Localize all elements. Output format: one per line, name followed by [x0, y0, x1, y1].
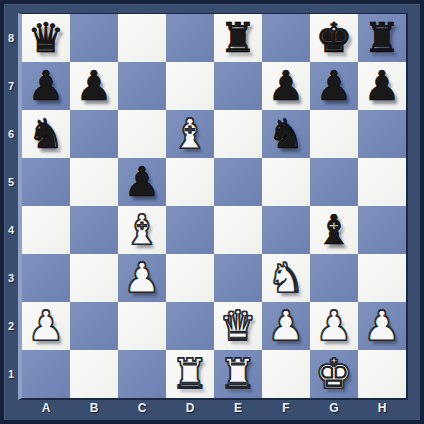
rank-label-3: 3 — [4, 254, 18, 302]
piece-black-pawn[interactable]: ♟ — [358, 62, 406, 110]
square-c2[interactable] — [118, 302, 166, 350]
square-d2[interactable] — [166, 302, 214, 350]
square-b6[interactable] — [70, 110, 118, 158]
piece-white-pawn[interactable]: ♟ — [118, 254, 166, 302]
rank-label-6: 6 — [4, 110, 18, 158]
square-e7[interactable] — [214, 62, 262, 110]
piece-white-pawn[interactable]: ♟ — [262, 302, 310, 350]
square-b4[interactable] — [70, 206, 118, 254]
file-label-g: G — [310, 400, 358, 415]
piece-white-pawn[interactable]: ♟ — [358, 302, 406, 350]
piece-black-pawn[interactable]: ♟ — [310, 62, 358, 110]
piece-black-rook[interactable]: ♜ — [358, 14, 406, 62]
square-e2[interactable]: ♛ — [214, 302, 262, 350]
square-g3[interactable] — [310, 254, 358, 302]
square-c8[interactable] — [118, 14, 166, 62]
square-a1[interactable] — [22, 350, 70, 398]
square-a2[interactable]: ♟ — [22, 302, 70, 350]
square-e6[interactable] — [214, 110, 262, 158]
file-label-h: H — [358, 400, 406, 415]
file-labels: ABCDEFGH — [22, 400, 406, 415]
piece-black-bishop[interactable]: ♝ — [310, 206, 358, 254]
rank-label-8: 8 — [4, 14, 18, 62]
chess-board[interactable]: ♛♜♚♜♟♟♟♟♟♞♝♞♟♝♝♟♞♟♛♟♟♟♜♜♚ — [18, 13, 408, 400]
square-c5[interactable]: ♟ — [118, 158, 166, 206]
piece-white-rook[interactable]: ♜ — [214, 350, 262, 398]
square-b5[interactable] — [70, 158, 118, 206]
square-f2[interactable]: ♟ — [262, 302, 310, 350]
square-d7[interactable] — [166, 62, 214, 110]
file-label-e: E — [214, 400, 262, 415]
file-label-a: A — [22, 400, 70, 415]
square-g1[interactable]: ♚ — [310, 350, 358, 398]
square-a8[interactable]: ♛ — [22, 14, 70, 62]
square-b2[interactable] — [70, 302, 118, 350]
square-h7[interactable]: ♟ — [358, 62, 406, 110]
piece-white-rook[interactable]: ♜ — [166, 350, 214, 398]
piece-white-knight[interactable]: ♞ — [262, 254, 310, 302]
square-e4[interactable] — [214, 206, 262, 254]
square-a4[interactable] — [22, 206, 70, 254]
square-d3[interactable] — [166, 254, 214, 302]
square-g2[interactable]: ♟ — [310, 302, 358, 350]
piece-white-queen[interactable]: ♛ — [214, 302, 262, 350]
square-e5[interactable] — [214, 158, 262, 206]
square-h6[interactable] — [358, 110, 406, 158]
file-label-d: D — [166, 400, 214, 415]
piece-white-pawn[interactable]: ♟ — [310, 302, 358, 350]
square-g5[interactable] — [310, 158, 358, 206]
file-label-b: B — [70, 400, 118, 415]
piece-white-bishop[interactable]: ♝ — [118, 206, 166, 254]
rank-label-5: 5 — [4, 158, 18, 206]
square-f4[interactable] — [262, 206, 310, 254]
square-h8[interactable]: ♜ — [358, 14, 406, 62]
square-g4[interactable]: ♝ — [310, 206, 358, 254]
chess-board-frame: 87654321 ♛♜♚♜♟♟♟♟♟♞♝♞♟♝♝♟♞♟♛♟♟♟♜♜♚ ABCDE… — [0, 0, 424, 424]
piece-black-pawn[interactable]: ♟ — [70, 62, 118, 110]
square-c1[interactable] — [118, 350, 166, 398]
file-label-f: F — [262, 400, 310, 415]
square-b3[interactable] — [70, 254, 118, 302]
square-f5[interactable] — [262, 158, 310, 206]
piece-black-knight[interactable]: ♞ — [22, 110, 70, 158]
rank-labels: 87654321 — [4, 14, 18, 398]
square-d8[interactable] — [166, 14, 214, 62]
piece-black-rook[interactable]: ♜ — [214, 14, 262, 62]
square-g7[interactable]: ♟ — [310, 62, 358, 110]
square-c3[interactable]: ♟ — [118, 254, 166, 302]
square-a6[interactable]: ♞ — [22, 110, 70, 158]
square-d1[interactable]: ♜ — [166, 350, 214, 398]
square-f7[interactable]: ♟ — [262, 62, 310, 110]
square-c6[interactable] — [118, 110, 166, 158]
square-b8[interactable] — [70, 14, 118, 62]
piece-black-king[interactable]: ♚ — [310, 14, 358, 62]
rank-label-1: 1 — [4, 350, 18, 398]
piece-black-pawn[interactable]: ♟ — [262, 62, 310, 110]
square-f8[interactable] — [262, 14, 310, 62]
square-h4[interactable] — [358, 206, 406, 254]
square-a7[interactable]: ♟ — [22, 62, 70, 110]
square-h2[interactable]: ♟ — [358, 302, 406, 350]
square-d4[interactable] — [166, 206, 214, 254]
piece-white-bishop[interactable]: ♝ — [166, 110, 214, 158]
rank-label-7: 7 — [4, 62, 18, 110]
rank-label-4: 4 — [4, 206, 18, 254]
square-h1[interactable] — [358, 350, 406, 398]
square-d5[interactable] — [166, 158, 214, 206]
piece-black-knight[interactable]: ♞ — [262, 110, 310, 158]
square-f6[interactable]: ♞ — [262, 110, 310, 158]
square-e3[interactable] — [214, 254, 262, 302]
square-g8[interactable]: ♚ — [310, 14, 358, 62]
square-c4[interactable]: ♝ — [118, 206, 166, 254]
piece-black-pawn[interactable]: ♟ — [22, 62, 70, 110]
square-e1[interactable]: ♜ — [214, 350, 262, 398]
square-d6[interactable]: ♝ — [166, 110, 214, 158]
rank-label-2: 2 — [4, 302, 18, 350]
square-c7[interactable] — [118, 62, 166, 110]
square-f3[interactable]: ♞ — [262, 254, 310, 302]
piece-white-pawn[interactable]: ♟ — [22, 302, 70, 350]
square-h3[interactable] — [358, 254, 406, 302]
square-b1[interactable] — [70, 350, 118, 398]
square-a5[interactable] — [22, 158, 70, 206]
square-e8[interactable]: ♜ — [214, 14, 262, 62]
square-a3[interactable] — [22, 254, 70, 302]
piece-black-queen[interactable]: ♛ — [22, 14, 70, 62]
square-b7[interactable]: ♟ — [70, 62, 118, 110]
file-label-c: C — [118, 400, 166, 415]
square-h5[interactable] — [358, 158, 406, 206]
square-g6[interactable] — [310, 110, 358, 158]
square-f1[interactable] — [262, 350, 310, 398]
piece-black-pawn[interactable]: ♟ — [118, 158, 166, 206]
piece-white-king[interactable]: ♚ — [310, 350, 358, 398]
